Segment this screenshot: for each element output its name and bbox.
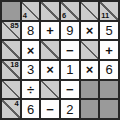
operator-cell-r2c1[interactable]: × bbox=[22, 41, 40, 59]
number-cell-r3c3[interactable]: 1 bbox=[61, 61, 79, 79]
number-cell-r1c3[interactable]: 9 bbox=[61, 22, 79, 40]
clue-cell-r4c2 bbox=[41, 81, 59, 99]
number-cell-r5c1[interactable]: 6 bbox=[22, 100, 40, 118]
operator-cell-r4c3[interactable]: − bbox=[61, 81, 79, 99]
across-clue: 4 bbox=[14, 100, 18, 108]
clue-cell-r0c1: 4 bbox=[22, 2, 40, 20]
operator-cell-r3c2[interactable]: × bbox=[41, 61, 59, 79]
blocked-cell-r5c5 bbox=[100, 100, 118, 118]
down-clue: 11 bbox=[101, 12, 109, 20]
clue-cell-r2c0 bbox=[2, 41, 20, 59]
number-cell-r3c5[interactable]: 6 bbox=[100, 61, 118, 79]
operator-cell-r4c1[interactable]: ÷ bbox=[22, 81, 40, 99]
number-cell-r5c3[interactable]: 2 bbox=[61, 100, 79, 118]
across-clue: 18 bbox=[10, 61, 18, 69]
clue-cell-r2c2 bbox=[41, 41, 59, 59]
blocked-cell-r5c4 bbox=[81, 100, 99, 118]
clue-cell-r4c0 bbox=[2, 81, 20, 99]
down-clue: 4 bbox=[23, 12, 27, 20]
operator-cell-r1c2[interactable]: + bbox=[41, 22, 59, 40]
operator-cell-r5c2[interactable]: − bbox=[41, 100, 59, 118]
down-clue: 6 bbox=[62, 12, 66, 20]
clue-cell-r0c3: 6 bbox=[61, 2, 79, 20]
clue-cell-r3c0: 18 bbox=[2, 61, 20, 79]
operator-cell-r2c5[interactable]: + bbox=[100, 41, 118, 59]
clue-cell-r1c0: 85 bbox=[2, 22, 20, 40]
clue-cell-r0c5: 11 bbox=[100, 2, 118, 20]
number-cell-r1c1[interactable]: 8 bbox=[22, 22, 40, 40]
across-clue: 85 bbox=[10, 22, 18, 30]
number-cell-r3c1[interactable]: 3 bbox=[22, 61, 40, 79]
operator-cell-r1c4[interactable]: × bbox=[81, 22, 99, 40]
clue-cell-r2c4 bbox=[81, 41, 99, 59]
blocked-cell-r4c4 bbox=[81, 81, 99, 99]
clue-cell-r5c0: 4 bbox=[2, 100, 20, 118]
blocked-cell-r4c5 bbox=[100, 81, 118, 99]
blocked-cell-r0c0 bbox=[2, 2, 20, 20]
operator-cell-r3c4[interactable]: × bbox=[81, 61, 99, 79]
clue-cell-r0c2 bbox=[41, 2, 59, 20]
number-cell-r1c5[interactable]: 5 bbox=[100, 22, 118, 40]
puzzle-board: 4611858+9×5×−+183×1×6÷−46−2 bbox=[0, 0, 120, 120]
clue-cell-r0c4 bbox=[81, 2, 99, 20]
operator-cell-r2c3[interactable]: − bbox=[61, 41, 79, 59]
